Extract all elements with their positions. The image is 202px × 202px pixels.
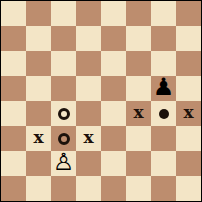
square-f6[interactable] xyxy=(126,51,151,76)
square-h8[interactable] xyxy=(176,1,201,26)
square-c7[interactable] xyxy=(51,26,76,51)
square-c4[interactable] xyxy=(51,101,76,126)
move-ring-marker xyxy=(58,133,70,145)
white-pawn[interactable]: ♙ xyxy=(53,150,75,175)
square-a8[interactable] xyxy=(1,1,26,26)
square-a2[interactable] xyxy=(1,151,26,176)
capture-x-marker: x xyxy=(183,100,193,125)
square-b8[interactable] xyxy=(26,1,51,26)
square-c5[interactable] xyxy=(51,76,76,101)
square-d4[interactable] xyxy=(76,101,101,126)
square-h7[interactable] xyxy=(176,26,201,51)
square-b7[interactable] xyxy=(26,26,51,51)
square-c8[interactable] xyxy=(51,1,76,26)
square-g7[interactable] xyxy=(151,26,176,51)
square-b2[interactable] xyxy=(26,151,51,176)
square-d1[interactable] xyxy=(76,176,101,201)
square-b4[interactable] xyxy=(26,101,51,126)
square-a7[interactable] xyxy=(1,26,26,51)
move-dot-marker xyxy=(159,109,169,119)
square-f8[interactable] xyxy=(126,1,151,26)
square-e2[interactable] xyxy=(101,151,126,176)
square-d6[interactable] xyxy=(76,51,101,76)
square-a5[interactable] xyxy=(1,76,26,101)
square-b3[interactable]: x xyxy=(26,126,51,151)
move-ring-marker xyxy=(58,108,70,120)
square-a1[interactable] xyxy=(1,176,26,201)
square-e3[interactable] xyxy=(101,126,126,151)
square-g5[interactable]: ♟ xyxy=(151,76,176,101)
square-d8[interactable] xyxy=(76,1,101,26)
square-f7[interactable] xyxy=(126,26,151,51)
square-e7[interactable] xyxy=(101,26,126,51)
square-a6[interactable] xyxy=(1,51,26,76)
square-b6[interactable] xyxy=(26,51,51,76)
capture-x-marker: x xyxy=(133,100,143,125)
square-h6[interactable] xyxy=(176,51,201,76)
square-a3[interactable] xyxy=(1,126,26,151)
square-g3[interactable] xyxy=(151,126,176,151)
square-h4[interactable]: x xyxy=(176,101,201,126)
square-d3[interactable]: x xyxy=(76,126,101,151)
square-h2[interactable] xyxy=(176,151,201,176)
square-g2[interactable] xyxy=(151,151,176,176)
square-c1[interactable] xyxy=(51,176,76,201)
chess-board: ♟xxxx♙ xyxy=(0,0,202,202)
square-f4[interactable]: x xyxy=(126,101,151,126)
square-h1[interactable] xyxy=(176,176,201,201)
square-f5[interactable] xyxy=(126,76,151,101)
square-h3[interactable] xyxy=(176,126,201,151)
square-c6[interactable] xyxy=(51,51,76,76)
square-g1[interactable] xyxy=(151,176,176,201)
square-f1[interactable] xyxy=(126,176,151,201)
capture-x-marker: x xyxy=(83,125,93,150)
square-h5[interactable] xyxy=(176,76,201,101)
square-f2[interactable] xyxy=(126,151,151,176)
square-g4[interactable] xyxy=(151,101,176,126)
square-d2[interactable] xyxy=(76,151,101,176)
square-d7[interactable] xyxy=(76,26,101,51)
square-c2[interactable]: ♙ xyxy=(51,151,76,176)
square-f3[interactable] xyxy=(126,126,151,151)
square-e4[interactable] xyxy=(101,101,126,126)
square-a4[interactable] xyxy=(1,101,26,126)
black-pawn[interactable]: ♟ xyxy=(153,75,175,100)
square-b5[interactable] xyxy=(26,76,51,101)
square-e6[interactable] xyxy=(101,51,126,76)
square-e1[interactable] xyxy=(101,176,126,201)
capture-x-marker: x xyxy=(33,125,43,150)
square-g8[interactable] xyxy=(151,1,176,26)
square-d5[interactable] xyxy=(76,76,101,101)
square-b1[interactable] xyxy=(26,176,51,201)
square-e5[interactable] xyxy=(101,76,126,101)
square-e8[interactable] xyxy=(101,1,126,26)
